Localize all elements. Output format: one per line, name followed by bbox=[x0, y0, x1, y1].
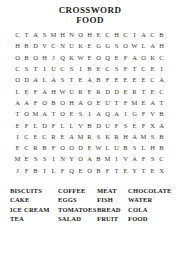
grid-cell-r9c4: D bbox=[40, 119, 49, 130]
grid-cell-r7c15: E bbox=[139, 97, 148, 108]
grid-cell-r10c16: S bbox=[148, 131, 157, 142]
grid-cell-r4c11: C bbox=[103, 63, 112, 74]
grid-cell-r7c8: A bbox=[76, 97, 85, 108]
grid-cell-r1c12: H bbox=[112, 29, 121, 40]
grid-cell-r12c4: S bbox=[40, 153, 49, 164]
grid-cell-r8c6: O bbox=[58, 108, 67, 119]
grid-cell-r10c2: C bbox=[22, 131, 31, 142]
grid-cell-r3c4: H bbox=[40, 52, 49, 63]
grid-cell-r3c14: A bbox=[130, 52, 139, 63]
grid-cell-r7c12: T bbox=[112, 97, 121, 108]
grid-cell-r3c7: K bbox=[67, 52, 76, 63]
grid-cell-r1c11: C bbox=[103, 29, 112, 40]
grid-cell-r1c7: N bbox=[67, 29, 76, 40]
grid-cell-r13c16: E bbox=[148, 165, 157, 176]
grid-cell-r9c16: X bbox=[148, 119, 157, 130]
grid-cell-r7c5: B bbox=[49, 97, 58, 108]
grid-cell-r1c13: C bbox=[121, 29, 130, 40]
grid-cell-r3c16: K bbox=[148, 52, 157, 63]
grid-cell-r8c11: Q bbox=[103, 108, 112, 119]
grid-cell-r4c1: C bbox=[13, 63, 22, 74]
grid-cell-r9c8: V bbox=[76, 119, 85, 130]
grid-cell-r7c3: F bbox=[31, 97, 40, 108]
grid-cell-r9c9: B bbox=[85, 119, 94, 130]
word-item-meat: MEAT bbox=[97, 187, 128, 196]
grid-cell-r9c2: F bbox=[22, 119, 31, 130]
grid-cell-r10c11: K bbox=[103, 131, 112, 142]
grid-cell-r6c9: E bbox=[85, 85, 94, 96]
grid-cell-r3c6: Q bbox=[58, 52, 67, 63]
grid-cell-r13c8: E bbox=[76, 165, 85, 176]
grid-cell-r9c10: D bbox=[94, 119, 103, 130]
grid-cell-r2c14: W bbox=[130, 40, 139, 51]
grid-cell-r7c2: A bbox=[22, 97, 31, 108]
grid-cell-r3c15: O bbox=[139, 52, 148, 63]
word-item-cake: CAKE bbox=[10, 196, 58, 205]
grid-cell-r9c7: L bbox=[67, 119, 76, 130]
grid-cell-r7c10: E bbox=[94, 97, 103, 108]
grid-cell-r11c13: B bbox=[121, 142, 130, 153]
grid-cell-r1c1: C bbox=[13, 29, 22, 40]
grid-cell-r5c7: T bbox=[67, 74, 76, 85]
grid-cell-r13c1: J bbox=[13, 165, 22, 176]
grid-cell-r8c7: E bbox=[67, 108, 76, 119]
grid-cell-r13c15: T bbox=[139, 165, 148, 176]
grid-cell-r8c17: B bbox=[157, 108, 166, 119]
grid-cell-r1c15: A bbox=[139, 29, 148, 40]
grid-cell-r6c15: T bbox=[139, 85, 148, 96]
grid-cell-r13c14: Y bbox=[130, 165, 139, 176]
grid-cell-r3c12: E bbox=[112, 52, 121, 63]
word-item-fruit: FRUIT bbox=[97, 215, 128, 224]
grid-cell-r1c14: I bbox=[130, 29, 139, 40]
grid-cell-r6c7: U bbox=[67, 85, 76, 96]
grid-cell-r5c1: O bbox=[13, 74, 22, 85]
grid-cell-r5c10: B bbox=[94, 74, 103, 85]
grid-cell-r2c13: O bbox=[121, 40, 130, 51]
grid-cell-r6c6: W bbox=[58, 85, 67, 96]
grid-cell-r13c10: B bbox=[94, 165, 103, 176]
grid-cell-r10c1: I bbox=[13, 131, 22, 142]
grid-cell-r4c4: I bbox=[40, 63, 49, 74]
grid-cell-r13c2: F bbox=[22, 165, 31, 176]
grid-cell-r6c2: E bbox=[22, 85, 31, 96]
grid-cell-r13c7: Q bbox=[67, 165, 76, 176]
word-item-tea: TEA bbox=[10, 215, 58, 224]
word-item-biscuits: BISCUITS bbox=[10, 187, 58, 196]
grid-cell-r7c4: O bbox=[40, 97, 49, 108]
grid-cell-r5c17: A bbox=[157, 74, 166, 85]
grid-cell-r1c8: O bbox=[76, 29, 85, 40]
grid-cell-r5c9: A bbox=[85, 74, 94, 85]
grid-cell-r2c10: G bbox=[94, 40, 103, 51]
grid-cell-r5c2: D bbox=[22, 74, 31, 85]
grid-cell-r10c3: E bbox=[31, 131, 40, 142]
grid-cell-r3c2: B bbox=[22, 52, 31, 63]
grid-cell-r11c8: D bbox=[76, 142, 85, 153]
grid-cell-r2c9: E bbox=[85, 40, 94, 51]
grid-cell-r9c1: E bbox=[13, 119, 22, 130]
grid-cell-r12c8: O bbox=[76, 153, 85, 164]
grid-cell-r1c9: H bbox=[85, 29, 94, 40]
grid-cell-r10c6: E bbox=[58, 131, 67, 142]
word-item-fish: FISH bbox=[97, 196, 128, 205]
grid-cell-r12c7: Y bbox=[67, 153, 76, 164]
grid-cell-r9c14: E bbox=[130, 119, 139, 130]
grid-cell-r7c6: O bbox=[58, 97, 67, 108]
grid-cell-r5c15: E bbox=[139, 74, 148, 85]
grid-cell-r12c15: F bbox=[139, 153, 148, 164]
grid-cell-r11c11: L bbox=[103, 142, 112, 153]
grid-cell-r2c15: L bbox=[139, 40, 148, 51]
word-item-ice-cream: ICE CREAM bbox=[10, 206, 58, 215]
word-item-water: WATER bbox=[128, 196, 172, 205]
grid-cell-r1c10: E bbox=[94, 29, 103, 40]
grid-cell-r9c15: F bbox=[139, 119, 148, 130]
grid-cell-r8c8: S bbox=[76, 108, 85, 119]
grid-cell-r9c13: S bbox=[121, 119, 130, 130]
grid-cell-r12c17: C bbox=[157, 153, 166, 164]
grid-cell-r8c15: F bbox=[139, 108, 148, 119]
grid-cell-r2c17: H bbox=[157, 40, 166, 51]
grid-cell-r1c17: B bbox=[157, 29, 166, 40]
puzzle-title: CROSSWORD bbox=[0, 5, 180, 15]
grid-cell-r4c2: S bbox=[22, 63, 31, 74]
grid-cell-r13c9: O bbox=[85, 165, 94, 176]
grid-cell-r9c11: U bbox=[103, 119, 112, 130]
grid-cell-r2c16: A bbox=[148, 40, 157, 51]
word-item-bread: BREAD bbox=[97, 206, 128, 215]
grid-cell-r7c16: A bbox=[148, 97, 157, 108]
word-item-salad: SALAD bbox=[58, 215, 97, 224]
grid-cell-r10c10: S bbox=[94, 131, 103, 142]
grid-cell-r5c6: S bbox=[58, 74, 67, 85]
grid-cell-r3c5: J bbox=[49, 52, 58, 63]
grid-cell-r10c15: M bbox=[139, 131, 148, 142]
grid-cell-r12c5: I bbox=[49, 153, 58, 164]
grid-cell-r8c5: T bbox=[49, 108, 58, 119]
grid-cell-r6c12: D bbox=[112, 85, 121, 96]
grid-cell-r7c1: A bbox=[13, 97, 22, 108]
grid-cell-r12c10: B bbox=[94, 153, 103, 164]
grid-cell-r2c12: S bbox=[112, 40, 121, 51]
word-item-eggs: EGGS bbox=[58, 196, 97, 205]
grid-cell-r8c12: A bbox=[112, 108, 121, 119]
grid-cell-r9c3: L bbox=[31, 119, 40, 130]
grid-cell-r1c2: T bbox=[22, 29, 31, 40]
grid-cell-r9c12: F bbox=[112, 119, 121, 130]
grid-cell-r10c9: R bbox=[85, 131, 94, 142]
grid-cell-r11c15: L bbox=[139, 142, 148, 153]
grid-cell-r9c5: F bbox=[49, 119, 58, 130]
grid-cell-r6c11: D bbox=[103, 85, 112, 96]
word-item-tomatoes: TOMATOES bbox=[58, 206, 97, 215]
grid-cell-r12c12: I bbox=[112, 153, 121, 164]
grid-cell-r6c4: A bbox=[40, 85, 49, 96]
grid-cell-r10c7: A bbox=[67, 131, 76, 142]
word-item-coffee: COFFEE bbox=[58, 187, 97, 196]
grid-cell-r6c10: R bbox=[94, 85, 103, 96]
worksheet-page: CROSSWORD FOOD CTASMHNOHECHCIACBHBDVCNUK… bbox=[0, 0, 180, 256]
word-item-chocolate: CHOCOLATE bbox=[128, 187, 172, 196]
grid-cell-r1c5: M bbox=[49, 29, 58, 40]
grid-cell-r4c3: T bbox=[31, 63, 40, 74]
grid-cell-r4c14: T bbox=[130, 63, 139, 74]
grid-cell-r11c5: F bbox=[49, 142, 58, 153]
grid-cell-r4c17: I bbox=[157, 63, 166, 74]
grid-cell-r6c8: R bbox=[76, 85, 85, 96]
grid-cell-r11c1: E bbox=[13, 142, 22, 153]
grid-cell-r13c17: X bbox=[157, 165, 166, 176]
grid-cell-r11c17: B bbox=[157, 142, 166, 153]
grid-cell-r5c8: E bbox=[76, 74, 85, 85]
grid-cell-r12c14: A bbox=[130, 153, 139, 164]
grid-cell-r2c7: U bbox=[67, 40, 76, 51]
grid-cell-r8c3: M bbox=[31, 108, 40, 119]
word-item-food: FOOD bbox=[128, 215, 172, 224]
grid-cell-r3c8: W bbox=[76, 52, 85, 63]
grid-cell-r10c5: R bbox=[49, 131, 58, 142]
grid-cell-r7c7: H bbox=[67, 97, 76, 108]
grid-cell-r13c11: F bbox=[103, 165, 112, 176]
word-item-cola: COLA bbox=[128, 206, 172, 215]
grid-cell-r7c17: T bbox=[157, 97, 166, 108]
grid-cell-r1c6: H bbox=[58, 29, 67, 40]
grid-cell-r11c2: C bbox=[22, 142, 31, 153]
grid-cell-r5c13: E bbox=[121, 74, 130, 85]
grid-cell-r7c13: F bbox=[121, 97, 130, 108]
grid-cell-r8c1: T bbox=[13, 108, 22, 119]
grid-cell-r11c10: W bbox=[94, 142, 103, 153]
grid-cell-r4c5: U bbox=[49, 63, 58, 74]
grid-cell-r12c16: S bbox=[148, 153, 157, 164]
grid-cell-r5c11: F bbox=[103, 74, 112, 85]
grid-cell-r13c6: F bbox=[58, 165, 67, 176]
grid-cell-r3c1: O bbox=[13, 52, 22, 63]
grid-cell-r12c1: M bbox=[13, 153, 22, 164]
grid-cell-r5c4: L bbox=[40, 74, 49, 85]
grid-cell-r12c2: E bbox=[22, 153, 31, 164]
grid-cell-r4c8: I bbox=[76, 63, 85, 74]
grid-cell-r8c2: O bbox=[22, 108, 31, 119]
grid-cell-r3c17: C bbox=[157, 52, 166, 63]
grid-cell-r6c1: L bbox=[13, 85, 22, 96]
grid-cell-r4c13: F bbox=[121, 63, 130, 74]
grid-cell-r8c13: I bbox=[121, 108, 130, 119]
grid-cell-r6c14: R bbox=[130, 85, 139, 96]
word-list: BISCUITSCOFFEEMEATCHOCOLATECAKEEGGSFISHW… bbox=[10, 187, 172, 225]
grid-cell-r3c13: F bbox=[121, 52, 130, 63]
grid-cell-r8c4: A bbox=[40, 108, 49, 119]
grid-cell-r10c8: M bbox=[76, 131, 85, 142]
grid-cell-r2c2: B bbox=[22, 40, 31, 51]
grid-cell-r10c17: B bbox=[157, 131, 166, 142]
grid-cell-r5c16: C bbox=[148, 74, 157, 85]
grid-cell-r12c11: M bbox=[103, 153, 112, 164]
grid-cell-r3c11: Q bbox=[103, 52, 112, 63]
grid-cell-r4c6: C bbox=[58, 63, 67, 74]
grid-cell-r12c13: V bbox=[121, 153, 130, 164]
grid-cell-r2c3: D bbox=[31, 40, 40, 51]
grid-cell-r6c5: H bbox=[49, 85, 58, 96]
grid-cell-r10c13: H bbox=[121, 131, 130, 142]
grid-cell-r12c3: S bbox=[31, 153, 40, 164]
grid-cell-r9c17: A bbox=[157, 119, 166, 130]
grid-cell-r13c4: I bbox=[40, 165, 49, 176]
grid-cell-r3c3: O bbox=[31, 52, 40, 63]
grid-cell-r7c11: U bbox=[103, 97, 112, 108]
grid-cell-r12c6: N bbox=[58, 153, 67, 164]
grid-cell-r3c10: O bbox=[94, 52, 103, 63]
grid-cell-r1c16: C bbox=[148, 29, 157, 40]
grid-cell-r2c11: G bbox=[103, 40, 112, 51]
grid-cell-r2c8: K bbox=[76, 40, 85, 51]
grid-cell-r11c3: R bbox=[31, 142, 40, 153]
grid-cell-r6c3: F bbox=[31, 85, 40, 96]
grid-cell-r12c9: A bbox=[85, 153, 94, 164]
grid-cell-r8c16: V bbox=[148, 108, 157, 119]
grid-cell-r11c4: B bbox=[40, 142, 49, 153]
grid-cell-r9c6: L bbox=[58, 119, 67, 130]
grid-cell-r11c6: O bbox=[58, 142, 67, 153]
grid-cell-r10c14: A bbox=[130, 131, 139, 142]
grid-cell-r5c5: A bbox=[49, 74, 58, 85]
grid-cell-r10c12: R bbox=[112, 131, 121, 142]
grid-cell-r11c14: S bbox=[130, 142, 139, 153]
grid-cell-r4c12: S bbox=[112, 63, 121, 74]
grid-cell-r2c6: N bbox=[58, 40, 67, 51]
grid-cell-r4c9: B bbox=[85, 63, 94, 74]
grid-cell-r4c15: C bbox=[139, 63, 148, 74]
grid-cell-r13c3: B bbox=[31, 165, 40, 176]
grid-cell-r8c14: G bbox=[130, 108, 139, 119]
grid-cell-r10c4: C bbox=[40, 131, 49, 142]
grid-cell-r11c9: E bbox=[85, 142, 94, 153]
puzzle-subtitle: FOOD bbox=[0, 15, 180, 25]
grid-cell-r7c9: O bbox=[85, 97, 94, 108]
grid-cell-r13c12: T bbox=[112, 165, 121, 176]
grid-cell-r8c10: A bbox=[94, 108, 103, 119]
grid-cell-r11c16: H bbox=[148, 142, 157, 153]
grid-cell-r3c9: E bbox=[85, 52, 94, 63]
word-search-grid: CTASMHNOHECHCIACBHBDVCNUKEGGSOWLAHOBOHJQ… bbox=[13, 29, 166, 176]
grid-cell-r4c16: E bbox=[148, 63, 157, 74]
grid-cell-r8c9: I bbox=[85, 108, 94, 119]
grid-cell-r5c12: E bbox=[112, 74, 121, 85]
grid-cell-r13c13: E bbox=[121, 165, 130, 176]
grid-cell-r5c3: A bbox=[31, 74, 40, 85]
grid-cell-r2c1: H bbox=[13, 40, 22, 51]
grid-cell-r4c10: E bbox=[94, 63, 103, 74]
grid-cell-r1c3: A bbox=[31, 29, 40, 40]
grid-cell-r5c14: E bbox=[130, 74, 139, 85]
grid-cell-r2c4: V bbox=[40, 40, 49, 51]
grid-cell-r7c14: M bbox=[130, 97, 139, 108]
grid-cell-r2c5: C bbox=[49, 40, 58, 51]
grid-cell-r1c4: S bbox=[40, 29, 49, 40]
grid-cell-r11c12: U bbox=[112, 142, 121, 153]
grid-cell-r6c16: E bbox=[148, 85, 157, 96]
grid-cell-r11c7: O bbox=[67, 142, 76, 153]
grid-cell-r6c13: E bbox=[121, 85, 130, 96]
grid-cell-r4c7: S bbox=[67, 63, 76, 74]
grid-cell-r13c5: L bbox=[49, 165, 58, 176]
grid-cell-r6c17: C bbox=[157, 85, 166, 96]
